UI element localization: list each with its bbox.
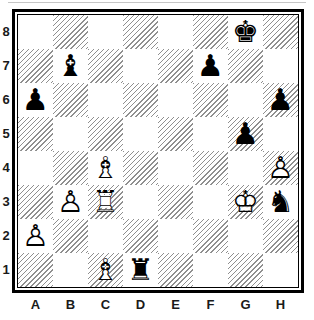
piece-glyph: ♞ <box>263 185 298 219</box>
piece-glyph: ♗ <box>88 151 123 185</box>
square-b6[interactable] <box>53 83 88 117</box>
rank-label-6: 6 <box>0 83 12 117</box>
chess-board: ♚♝♟♟♟♟♝♗♟♙♟♙♜♖♚♔♞♟♙♝♗♜ <box>17 14 299 288</box>
piece-glyph: ♔ <box>228 185 263 219</box>
piece-black-pawn[interactable]: ♟ <box>18 83 53 117</box>
square-g8[interactable]: ♚ <box>228 15 263 49</box>
square-c7[interactable] <box>88 49 123 83</box>
square-d8[interactable] <box>123 15 158 49</box>
file-label-e: E <box>158 296 193 313</box>
square-g3[interactable]: ♚♔ <box>228 185 263 219</box>
square-g2[interactable] <box>228 219 263 253</box>
board-frame: ♚♝♟♟♟♟♝♗♟♙♟♙♜♖♚♔♞♟♙♝♗♜ <box>12 9 304 293</box>
square-f2[interactable] <box>193 219 228 253</box>
square-a2[interactable]: ♟♙ <box>18 219 53 253</box>
piece-black-pawn[interactable]: ♟ <box>228 117 263 151</box>
file-label-h: H <box>263 296 298 313</box>
square-e1[interactable] <box>158 253 193 287</box>
square-d2[interactable] <box>123 219 158 253</box>
square-b5[interactable] <box>53 117 88 151</box>
square-h5[interactable] <box>263 117 298 151</box>
square-d3[interactable] <box>123 185 158 219</box>
chess-diagram: 87654321 ♚♝♟♟♟♟♝♗♟♙♟♙♜♖♚♔♞♟♙♝♗♜ ABCDEFGH <box>0 0 314 320</box>
square-c8[interactable] <box>88 15 123 49</box>
piece-glyph: ♝ <box>53 49 88 83</box>
piece-white-pawn[interactable]: ♟♙ <box>263 151 298 185</box>
square-e4[interactable] <box>158 151 193 185</box>
square-f8[interactable] <box>193 15 228 49</box>
square-b8[interactable] <box>53 15 88 49</box>
piece-glyph: ♙ <box>18 219 53 253</box>
square-c5[interactable] <box>88 117 123 151</box>
square-e5[interactable] <box>158 117 193 151</box>
square-b1[interactable] <box>53 253 88 287</box>
square-c3[interactable]: ♜♖ <box>88 185 123 219</box>
square-h1[interactable] <box>263 253 298 287</box>
square-d1[interactable]: ♜ <box>123 253 158 287</box>
square-g4[interactable] <box>228 151 263 185</box>
square-f3[interactable] <box>193 185 228 219</box>
square-a7[interactable] <box>18 49 53 83</box>
square-f6[interactable] <box>193 83 228 117</box>
square-a3[interactable] <box>18 185 53 219</box>
square-h6[interactable]: ♟ <box>263 83 298 117</box>
square-b3[interactable]: ♟♙ <box>53 185 88 219</box>
file-labels: ABCDEFGH <box>18 296 298 313</box>
square-h2[interactable] <box>263 219 298 253</box>
square-a6[interactable]: ♟ <box>18 83 53 117</box>
square-a4[interactable] <box>18 151 53 185</box>
file-label-c: C <box>88 296 123 313</box>
square-e2[interactable] <box>158 219 193 253</box>
square-c1[interactable]: ♝♗ <box>88 253 123 287</box>
file-label-d: D <box>123 296 158 313</box>
square-e3[interactable] <box>158 185 193 219</box>
piece-black-king[interactable]: ♚ <box>228 15 263 49</box>
piece-glyph: ♙ <box>53 185 88 219</box>
square-e7[interactable] <box>158 49 193 83</box>
square-e6[interactable] <box>158 83 193 117</box>
piece-black-pawn[interactable]: ♟ <box>263 83 298 117</box>
square-e8[interactable] <box>158 15 193 49</box>
piece-white-pawn[interactable]: ♟♙ <box>53 185 88 219</box>
piece-white-pawn[interactable]: ♟♙ <box>18 219 53 253</box>
piece-glyph: ♜ <box>123 253 158 287</box>
square-c6[interactable] <box>88 83 123 117</box>
rank-labels: 87654321 <box>0 15 12 287</box>
rank-label-1: 1 <box>0 253 12 287</box>
piece-glyph: ♟ <box>228 117 263 151</box>
piece-white-rook[interactable]: ♜♖ <box>88 185 123 219</box>
piece-glyph: ♟ <box>263 83 298 117</box>
rank-label-4: 4 <box>0 151 12 185</box>
piece-glyph: ♗ <box>88 253 123 287</box>
square-f4[interactable] <box>193 151 228 185</box>
rank-label-8: 8 <box>0 15 12 49</box>
square-g6[interactable] <box>228 83 263 117</box>
piece-black-bishop[interactable]: ♝ <box>53 49 88 83</box>
square-g7[interactable] <box>228 49 263 83</box>
piece-white-king[interactable]: ♚♔ <box>228 185 263 219</box>
square-b4[interactable] <box>53 151 88 185</box>
piece-black-rook[interactable]: ♜ <box>123 253 158 287</box>
square-c4[interactable]: ♝♗ <box>88 151 123 185</box>
rank-label-5: 5 <box>0 117 12 151</box>
square-g1[interactable] <box>228 253 263 287</box>
piece-glyph: ♟ <box>193 49 228 83</box>
square-h4[interactable]: ♟♙ <box>263 151 298 185</box>
file-label-b: B <box>53 296 88 313</box>
piece-glyph: ♚ <box>228 15 263 49</box>
piece-black-knight[interactable]: ♞ <box>263 185 298 219</box>
piece-glyph: ♙ <box>263 151 298 185</box>
square-a8[interactable] <box>18 15 53 49</box>
square-h3[interactable]: ♞ <box>263 185 298 219</box>
square-a5[interactable] <box>18 117 53 151</box>
piece-glyph: ♖ <box>88 185 123 219</box>
scan-edge-line <box>8 2 306 3</box>
square-h7[interactable] <box>263 49 298 83</box>
square-b2[interactable] <box>53 219 88 253</box>
square-d5[interactable] <box>123 117 158 151</box>
rank-label-2: 2 <box>0 219 12 253</box>
rank-label-3: 3 <box>0 185 12 219</box>
square-b7[interactable]: ♝ <box>53 49 88 83</box>
file-label-f: F <box>193 296 228 313</box>
square-g5[interactable]: ♟ <box>228 117 263 151</box>
piece-white-bishop[interactable]: ♝♗ <box>88 253 123 287</box>
piece-glyph: ♟ <box>18 83 53 117</box>
square-d4[interactable] <box>123 151 158 185</box>
square-d7[interactable] <box>123 49 158 83</box>
square-f7[interactable]: ♟ <box>193 49 228 83</box>
file-label-g: G <box>228 296 263 313</box>
square-a1[interactable] <box>18 253 53 287</box>
rank-label-7: 7 <box>0 49 12 83</box>
piece-white-bishop[interactable]: ♝♗ <box>88 151 123 185</box>
square-c2[interactable] <box>88 219 123 253</box>
square-h8[interactable] <box>263 15 298 49</box>
file-label-a: A <box>18 296 53 313</box>
piece-black-pawn[interactable]: ♟ <box>193 49 228 83</box>
square-d6[interactable] <box>123 83 158 117</box>
square-f1[interactable] <box>193 253 228 287</box>
square-f5[interactable] <box>193 117 228 151</box>
